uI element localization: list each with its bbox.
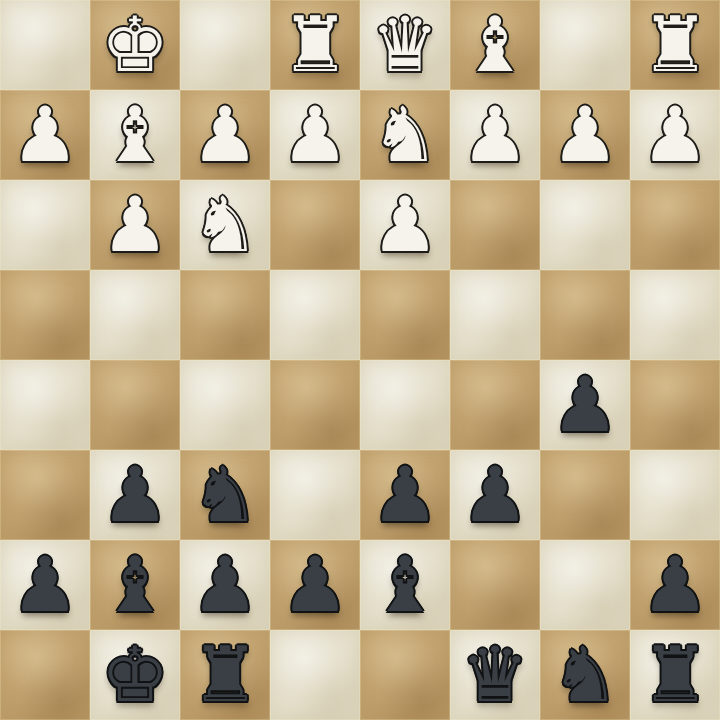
white-pawn-g3[interactable]: ♟ [101,180,169,270]
square-g1[interactable]: ♚ [90,0,180,90]
square-d4[interactable] [360,270,450,360]
square-f1[interactable] [180,0,270,90]
square-c3[interactable] [450,180,540,270]
square-c7[interactable] [450,540,540,630]
square-g7[interactable]: ♝ [90,540,180,630]
black-knight-b8[interactable]: ♞ [551,630,619,720]
square-c4[interactable] [450,270,540,360]
black-rook-a8[interactable]: ♜ [641,630,709,720]
square-h3[interactable] [0,180,90,270]
square-d3[interactable]: ♟ [360,180,450,270]
square-d8[interactable] [360,630,450,720]
square-e7[interactable]: ♟ [270,540,360,630]
black-pawn-b5[interactable]: ♟ [551,360,619,450]
square-c2[interactable]: ♟ [450,90,540,180]
black-bishop-d7[interactable]: ♝ [371,540,439,630]
square-e4[interactable] [270,270,360,360]
square-f4[interactable] [180,270,270,360]
black-pawn-e7[interactable]: ♟ [281,540,349,630]
square-c1[interactable]: ♝ [450,0,540,90]
square-a7[interactable]: ♟ [630,540,720,630]
square-c6[interactable]: ♟ [450,450,540,540]
square-b7[interactable] [540,540,630,630]
white-pawn-f2[interactable]: ♟ [191,90,259,180]
square-a3[interactable] [630,180,720,270]
black-rook-f8[interactable]: ♜ [191,630,259,720]
square-d1[interactable]: ♛ [360,0,450,90]
screenshot-stage: ♚♜♛♝♜♟♝♟♟♞♟♟♟♟♞♟♟♟♞♟♟♟♝♟♟♝♟♚♜♛♞♜ [0,0,720,720]
square-a5[interactable] [630,360,720,450]
square-g8[interactable]: ♚ [90,630,180,720]
square-h4[interactable] [0,270,90,360]
white-pawn-d3[interactable]: ♟ [371,180,439,270]
black-bishop-g7[interactable]: ♝ [101,540,169,630]
black-pawn-c6[interactable]: ♟ [461,450,529,540]
square-a8[interactable]: ♜ [630,630,720,720]
square-h6[interactable] [0,450,90,540]
white-pawn-e2[interactable]: ♟ [281,90,349,180]
black-knight-f6[interactable]: ♞ [191,450,259,540]
square-h2[interactable]: ♟ [0,90,90,180]
square-g4[interactable] [90,270,180,360]
white-rook-a1[interactable]: ♜ [641,0,709,90]
square-h7[interactable]: ♟ [0,540,90,630]
white-pawn-c2[interactable]: ♟ [461,90,529,180]
square-b6[interactable] [540,450,630,540]
square-f6[interactable]: ♞ [180,450,270,540]
black-king-g8[interactable]: ♚ [101,630,169,720]
black-pawn-f7[interactable]: ♟ [191,540,259,630]
square-e3[interactable] [270,180,360,270]
square-d5[interactable] [360,360,450,450]
square-h1[interactable] [0,0,90,90]
square-b1[interactable] [540,0,630,90]
square-h5[interactable] [0,360,90,450]
square-b5[interactable]: ♟ [540,360,630,450]
square-e5[interactable] [270,360,360,450]
square-a6[interactable] [630,450,720,540]
square-f2[interactable]: ♟ [180,90,270,180]
black-queen-c8[interactable]: ♛ [461,630,529,720]
chess-board: ♚♜♛♝♜♟♝♟♟♞♟♟♟♟♞♟♟♟♞♟♟♟♝♟♟♝♟♚♜♛♞♜ [0,0,720,720]
square-b3[interactable] [540,180,630,270]
square-c8[interactable]: ♛ [450,630,540,720]
square-e1[interactable]: ♜ [270,0,360,90]
white-pawn-h2[interactable]: ♟ [11,90,79,180]
square-g3[interactable]: ♟ [90,180,180,270]
square-e6[interactable] [270,450,360,540]
square-e2[interactable]: ♟ [270,90,360,180]
white-bishop-c1[interactable]: ♝ [461,0,529,90]
white-bishop-g2[interactable]: ♝ [101,90,169,180]
square-h8[interactable] [0,630,90,720]
white-pawn-b2[interactable]: ♟ [551,90,619,180]
square-g6[interactable]: ♟ [90,450,180,540]
white-king-g1[interactable]: ♚ [101,0,169,90]
square-a1[interactable]: ♜ [630,0,720,90]
white-queen-d1[interactable]: ♛ [371,0,439,90]
white-knight-d2[interactable]: ♞ [371,90,439,180]
square-f5[interactable] [180,360,270,450]
square-a4[interactable] [630,270,720,360]
square-g5[interactable] [90,360,180,450]
square-f8[interactable]: ♜ [180,630,270,720]
white-knight-f3[interactable]: ♞ [191,180,259,270]
black-pawn-d6[interactable]: ♟ [371,450,439,540]
black-pawn-g6[interactable]: ♟ [101,450,169,540]
square-d2[interactable]: ♞ [360,90,450,180]
square-d6[interactable]: ♟ [360,450,450,540]
square-f7[interactable]: ♟ [180,540,270,630]
square-b2[interactable]: ♟ [540,90,630,180]
square-g2[interactable]: ♝ [90,90,180,180]
square-b8[interactable]: ♞ [540,630,630,720]
black-pawn-a7[interactable]: ♟ [641,540,709,630]
square-b4[interactable] [540,270,630,360]
square-d7[interactable]: ♝ [360,540,450,630]
square-a2[interactable]: ♟ [630,90,720,180]
square-e8[interactable] [270,630,360,720]
square-f3[interactable]: ♞ [180,180,270,270]
white-rook-e1[interactable]: ♜ [281,0,349,90]
white-pawn-a2[interactable]: ♟ [641,90,709,180]
square-c5[interactable] [450,360,540,450]
black-pawn-h7[interactable]: ♟ [11,540,79,630]
